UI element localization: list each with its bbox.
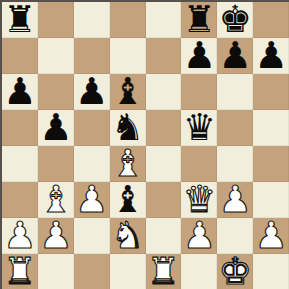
square-e5[interactable] xyxy=(146,110,182,146)
square-f3[interactable]: ♛ xyxy=(181,182,217,218)
square-d2[interactable]: ♞ xyxy=(110,218,146,254)
black-rook: ♜ xyxy=(3,2,36,38)
white-bishop: ♝ xyxy=(39,182,72,218)
black-pawn: ♟ xyxy=(254,38,287,74)
square-d1[interactable] xyxy=(110,254,146,289)
square-h6[interactable] xyxy=(253,74,289,110)
square-a1[interactable]: ♜ xyxy=(2,254,38,289)
square-d7[interactable] xyxy=(110,38,146,74)
square-e8[interactable] xyxy=(146,2,182,38)
black-pawn: ♟ xyxy=(39,110,72,146)
white-knight: ♞ xyxy=(111,218,144,254)
square-c4[interactable] xyxy=(74,146,110,182)
square-e4[interactable] xyxy=(146,146,182,182)
black-bishop: ♝ xyxy=(111,182,144,218)
square-e6[interactable] xyxy=(146,74,182,110)
square-g1[interactable]: ♚ xyxy=(217,254,253,289)
square-h8[interactable] xyxy=(253,2,289,38)
white-pawn: ♟ xyxy=(183,218,216,254)
black-queen: ♛ xyxy=(183,110,216,146)
square-g2[interactable] xyxy=(217,218,253,254)
square-f7[interactable]: ♟ xyxy=(181,38,217,74)
square-b5[interactable]: ♟ xyxy=(38,110,74,146)
square-d4[interactable]: ♝ xyxy=(110,146,146,182)
square-f8[interactable]: ♜ xyxy=(181,2,217,38)
square-g6[interactable] xyxy=(217,74,253,110)
square-b8[interactable] xyxy=(38,2,74,38)
square-h2[interactable]: ♟ xyxy=(253,218,289,254)
square-c2[interactable] xyxy=(74,218,110,254)
black-pawn: ♟ xyxy=(75,74,108,110)
square-a2[interactable]: ♟ xyxy=(2,218,38,254)
square-h7[interactable]: ♟ xyxy=(253,38,289,74)
square-c5[interactable] xyxy=(74,110,110,146)
square-h3[interactable] xyxy=(253,182,289,218)
white-bishop: ♝ xyxy=(111,146,144,182)
square-d5[interactable]: ♞ xyxy=(110,110,146,146)
black-pawn: ♟ xyxy=(3,74,36,110)
square-d6[interactable]: ♝ xyxy=(110,74,146,110)
square-h5[interactable] xyxy=(253,110,289,146)
chess-board: ♜♜♚♟♟♟♟♟♝♟♞♛♝♝♟♝♛♟♟♟♞♟♟♜♜♚ xyxy=(0,0,289,289)
square-f5[interactable]: ♛ xyxy=(181,110,217,146)
square-a7[interactable] xyxy=(2,38,38,74)
square-h4[interactable] xyxy=(253,146,289,182)
square-c1[interactable] xyxy=(74,254,110,289)
square-e3[interactable] xyxy=(146,182,182,218)
square-a4[interactable] xyxy=(2,146,38,182)
white-pawn: ♟ xyxy=(39,218,72,254)
square-c6[interactable]: ♟ xyxy=(74,74,110,110)
black-rook: ♜ xyxy=(183,2,216,38)
square-d8[interactable] xyxy=(110,2,146,38)
white-rook: ♜ xyxy=(3,254,36,289)
square-f2[interactable]: ♟ xyxy=(181,218,217,254)
square-b2[interactable]: ♟ xyxy=(38,218,74,254)
square-b3[interactable]: ♝ xyxy=(38,182,74,218)
white-pawn: ♟ xyxy=(3,218,36,254)
square-b6[interactable] xyxy=(38,74,74,110)
square-f4[interactable] xyxy=(181,146,217,182)
square-g3[interactable]: ♟ xyxy=(217,182,253,218)
black-bishop: ♝ xyxy=(111,74,144,110)
square-g7[interactable]: ♟ xyxy=(217,38,253,74)
white-pawn: ♟ xyxy=(75,182,108,218)
white-king: ♚ xyxy=(219,254,252,289)
square-g5[interactable] xyxy=(217,110,253,146)
square-e7[interactable] xyxy=(146,38,182,74)
white-rook: ♜ xyxy=(147,254,180,289)
white-pawn: ♟ xyxy=(219,182,252,218)
black-pawn: ♟ xyxy=(219,38,252,74)
white-pawn: ♟ xyxy=(254,218,287,254)
square-g4[interactable] xyxy=(217,146,253,182)
square-b1[interactable] xyxy=(38,254,74,289)
square-a6[interactable]: ♟ xyxy=(2,74,38,110)
square-e1[interactable]: ♜ xyxy=(146,254,182,289)
square-c7[interactable] xyxy=(74,38,110,74)
square-g8[interactable]: ♚ xyxy=(217,2,253,38)
square-a5[interactable] xyxy=(2,110,38,146)
black-knight: ♞ xyxy=(111,110,144,146)
square-e2[interactable] xyxy=(146,218,182,254)
black-king: ♚ xyxy=(219,2,252,38)
square-b7[interactable] xyxy=(38,38,74,74)
square-h1[interactable] xyxy=(253,254,289,289)
square-d3[interactable]: ♝ xyxy=(110,182,146,218)
black-pawn: ♟ xyxy=(183,38,216,74)
square-c8[interactable] xyxy=(74,2,110,38)
square-f6[interactable] xyxy=(181,74,217,110)
square-a8[interactable]: ♜ xyxy=(2,2,38,38)
white-queen: ♛ xyxy=(183,182,216,218)
square-c3[interactable]: ♟ xyxy=(74,182,110,218)
square-a3[interactable] xyxy=(2,182,38,218)
square-b4[interactable] xyxy=(38,146,74,182)
square-f1[interactable] xyxy=(181,254,217,289)
